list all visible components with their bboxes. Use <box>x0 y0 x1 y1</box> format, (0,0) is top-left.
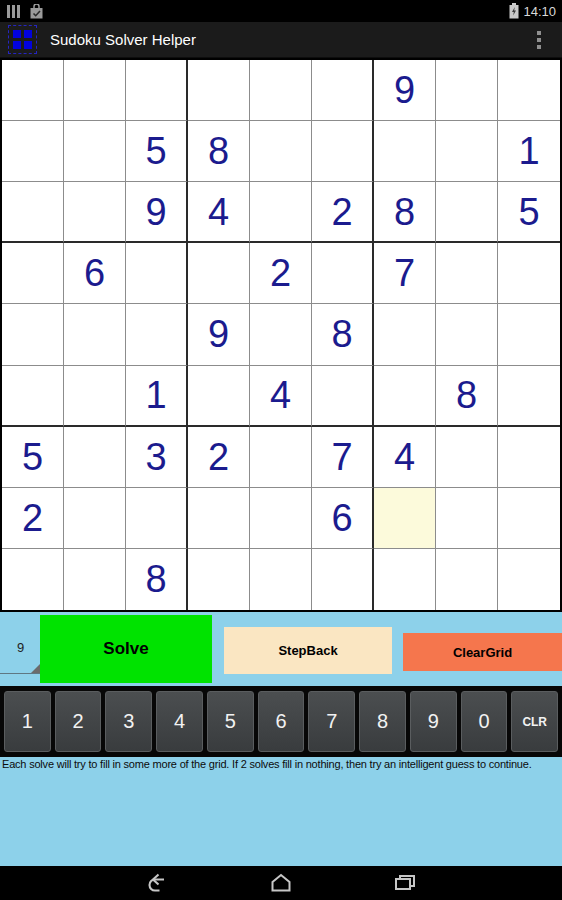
spinner-value: 9 <box>17 640 24 663</box>
sudoku-cell-r1c5[interactable] <box>250 60 312 121</box>
sudoku-cell-r6c6[interactable] <box>312 366 374 427</box>
sudoku-cell-r8c1[interactable]: 2 <box>2 488 64 549</box>
sudoku-cell-r2c9[interactable]: 1 <box>498 121 560 182</box>
sudoku-cell-r7c2[interactable] <box>64 427 126 488</box>
sudoku-cell-r3c2[interactable] <box>64 182 126 243</box>
sudoku-cell-r2c6[interactable] <box>312 121 374 182</box>
sudoku-cell-r6c2[interactable] <box>64 366 126 427</box>
controls-bar: 9 Solve StepBack ClearGrid <box>0 612 562 686</box>
sudoku-cell-r2c4[interactable]: 8 <box>188 121 250 182</box>
sudoku-cell-r3c1[interactable] <box>2 182 64 243</box>
numpad-key-0[interactable]: 0 <box>461 691 508 752</box>
sudoku-cell-r5c7[interactable] <box>374 304 436 365</box>
sudoku-cell-r7c1[interactable]: 5 <box>2 427 64 488</box>
sudoku-cell-r3c5[interactable] <box>250 182 312 243</box>
sudoku-cell-r5c9[interactable] <box>498 304 560 365</box>
sudoku-cell-r8c6[interactable]: 6 <box>312 488 374 549</box>
status-time: 14:10 <box>523 4 556 19</box>
sudoku-cell-r7c6[interactable]: 7 <box>312 427 374 488</box>
sudoku-cell-r7c5[interactable] <box>250 427 312 488</box>
sudoku-cell-r3c7[interactable]: 8 <box>374 182 436 243</box>
sudoku-cell-r2c7[interactable] <box>374 121 436 182</box>
sudoku-cell-r9c3[interactable]: 8 <box>126 549 188 610</box>
sudoku-cell-r3c9[interactable]: 5 <box>498 182 560 243</box>
sudoku-cell-r8c5[interactable] <box>250 488 312 549</box>
sudoku-cell-r9c7[interactable] <box>374 549 436 610</box>
sudoku-cell-r4c5[interactable]: 2 <box>250 243 312 304</box>
sudoku-cell-r4c9[interactable] <box>498 243 560 304</box>
sudoku-cell-r9c9[interactable] <box>498 549 560 610</box>
sudoku-cell-r1c4[interactable] <box>188 60 250 121</box>
sudoku-cell-r6c8[interactable]: 8 <box>436 366 498 427</box>
numpad-key-4[interactable]: 4 <box>156 691 203 752</box>
status-notification-icons <box>0 4 44 19</box>
status-bar: 14:10 <box>0 0 562 22</box>
recents-icon <box>393 871 417 895</box>
sudoku-cell-r6c4[interactable] <box>188 366 250 427</box>
sudoku-cell-r4c1[interactable] <box>2 243 64 304</box>
overflow-menu-icon[interactable] <box>533 25 545 55</box>
sudoku-cell-r7c8[interactable] <box>436 427 498 488</box>
sudoku-cell-r1c8[interactable] <box>436 60 498 121</box>
sudoku-cell-r5c2[interactable] <box>64 304 126 365</box>
sudoku-cell-r9c4[interactable] <box>188 549 250 610</box>
numpad-key-9[interactable]: 9 <box>410 691 457 752</box>
sudoku-cell-r5c4[interactable]: 9 <box>188 304 250 365</box>
sudoku-cell-r2c8[interactable] <box>436 121 498 182</box>
sudoku-cell-r8c4[interactable] <box>188 488 250 549</box>
numpad-key-1[interactable]: 1 <box>4 691 51 752</box>
sudoku-cell-r6c9[interactable] <box>498 366 560 427</box>
numpad-key-7[interactable]: 7 <box>308 691 355 752</box>
app-title: Sudoku Solver Helper <box>50 31 196 48</box>
numpad-key-3[interactable]: 3 <box>105 691 152 752</box>
sudoku-grid: 9581942856279814853274268 <box>0 58 562 612</box>
numpad-key-5[interactable]: 5 <box>207 691 254 752</box>
sudoku-cell-r6c5[interactable]: 4 <box>250 366 312 427</box>
sudoku-cell-r8c3[interactable] <box>126 488 188 549</box>
action-bar: Sudoku Solver Helper <box>0 22 562 58</box>
app-icon <box>8 25 37 54</box>
sudoku-cell-r3c4[interactable]: 4 <box>188 182 250 243</box>
notification-grid-icon <box>7 4 20 19</box>
sudoku-cell-r8c8[interactable] <box>436 488 498 549</box>
numpad-key-2[interactable]: 2 <box>55 691 102 752</box>
back-icon <box>145 871 169 895</box>
battery-charging-icon <box>509 3 519 19</box>
numpad-key-8[interactable]: 8 <box>359 691 406 752</box>
sudoku-cell-r2c1[interactable] <box>2 121 64 182</box>
notification-bag-icon <box>29 4 44 19</box>
sudoku-cell-r5c1[interactable] <box>2 304 64 365</box>
sudoku-cell-r9c8[interactable] <box>436 549 498 610</box>
sudoku-cell-r1c3[interactable] <box>126 60 188 121</box>
sudoku-cell-r7c7[interactable]: 4 <box>374 427 436 488</box>
numpad-key-6[interactable]: 6 <box>258 691 305 752</box>
sudoku-cell-r1c6[interactable] <box>312 60 374 121</box>
numpad: 1234567890CLR <box>0 686 562 757</box>
nav-bar <box>0 866 562 900</box>
sudoku-cell-r7c9[interactable] <box>498 427 560 488</box>
numpad-key-clr[interactable]: CLR <box>511 691 558 752</box>
help-text: Each solve will try to fill in some more… <box>2 758 560 770</box>
sudoku-cell-r4c8[interactable] <box>436 243 498 304</box>
sudoku-cell-r9c2[interactable] <box>64 549 126 610</box>
sudoku-cell-r1c1[interactable] <box>2 60 64 121</box>
sudoku-cell-r4c6[interactable] <box>312 243 374 304</box>
sudoku-cell-r7c4[interactable]: 2 <box>188 427 250 488</box>
sudoku-cell-r5c3[interactable] <box>126 304 188 365</box>
sudoku-cell-r2c2[interactable] <box>64 121 126 182</box>
sudoku-cell-r9c6[interactable] <box>312 549 374 610</box>
back-button[interactable] <box>144 870 170 896</box>
sudoku-cell-r8c9[interactable] <box>498 488 560 549</box>
sudoku-cell-r1c7[interactable]: 9 <box>374 60 436 121</box>
sudoku-cell-r4c3[interactable] <box>126 243 188 304</box>
sudoku-cell-r8c7[interactable] <box>374 488 436 549</box>
sudoku-cell-r9c5[interactable] <box>250 549 312 610</box>
home-button[interactable] <box>268 870 294 896</box>
sudoku-cell-r2c5[interactable] <box>250 121 312 182</box>
sudoku-cell-r5c6[interactable]: 8 <box>312 304 374 365</box>
sudoku-cell-r6c1[interactable] <box>2 366 64 427</box>
sudoku-cell-r3c3[interactable]: 9 <box>126 182 188 243</box>
sudoku-cell-r7c3[interactable]: 3 <box>126 427 188 488</box>
sudoku-cell-r8c2[interactable] <box>64 488 126 549</box>
sudoku-cell-r5c8[interactable] <box>436 304 498 365</box>
solve-button[interactable]: Solve <box>40 615 212 683</box>
sudoku-cell-r6c7[interactable] <box>374 366 436 427</box>
app-screen: 14:10 Sudoku Solver Helper 9581942856279… <box>0 0 562 900</box>
sudoku-cell-r2c3[interactable]: 5 <box>126 121 188 182</box>
sudoku-cell-r9c1[interactable] <box>2 549 64 610</box>
sudoku-cell-r3c8[interactable] <box>436 182 498 243</box>
sudoku-cell-r1c9[interactable] <box>498 60 560 121</box>
sudoku-cell-r4c7[interactable]: 7 <box>374 243 436 304</box>
home-icon <box>269 871 293 895</box>
sudoku-cell-r4c4[interactable] <box>188 243 250 304</box>
sudoku-cell-r6c3[interactable]: 1 <box>126 366 188 427</box>
cleargrid-button[interactable]: ClearGrid <box>403 633 562 671</box>
sudoku-cell-r4c2[interactable]: 6 <box>64 243 126 304</box>
recents-button[interactable] <box>392 870 418 896</box>
sudoku-cell-r1c2[interactable] <box>64 60 126 121</box>
stepback-button[interactable]: StepBack <box>224 627 392 674</box>
number-spinner[interactable]: 9 <box>0 629 41 674</box>
sudoku-cell-r3c6[interactable]: 2 <box>312 182 374 243</box>
sudoku-cell-r5c5[interactable] <box>250 304 312 365</box>
